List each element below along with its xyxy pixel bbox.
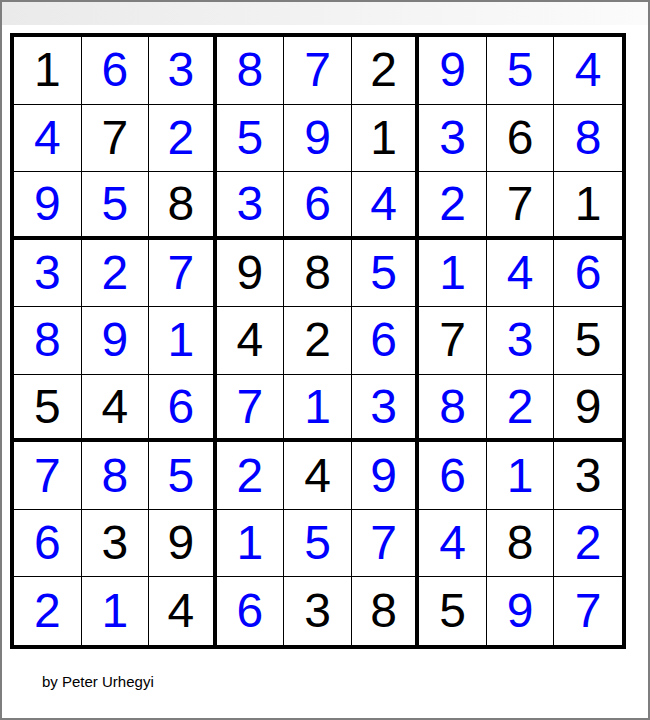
cell-r9c2: 1 <box>82 577 150 645</box>
cell-r5c2: 9 <box>82 307 150 375</box>
cell-r4c5: 8 <box>284 240 352 308</box>
cell-r2c3: 2 <box>149 105 217 173</box>
cell-r9c4: 6 <box>217 577 285 645</box>
cell-r8c6: 7 <box>352 510 420 578</box>
cell-r1c3: 3 <box>149 37 217 105</box>
cell-r7c6: 9 <box>352 442 420 510</box>
cell-r7c2: 8 <box>82 442 150 510</box>
cell-r4c7: 1 <box>419 240 487 308</box>
cell-r6c3: 6 <box>149 375 217 443</box>
cell-r4c6: 5 <box>352 240 420 308</box>
cell-r1c5: 7 <box>284 37 352 105</box>
cell-r6c1: 5 <box>14 375 82 443</box>
cell-r5c1: 8 <box>14 307 82 375</box>
cell-r2c6: 1 <box>352 105 420 173</box>
cell-r3c9: 1 <box>554 172 622 240</box>
byline: by Peter Urhegyi <box>42 673 154 690</box>
cell-r4c4: 9 <box>217 240 285 308</box>
cell-r1c6: 2 <box>352 37 420 105</box>
cell-r6c4: 7 <box>217 375 285 443</box>
cell-r1c9: 4 <box>554 37 622 105</box>
cell-r2c4: 5 <box>217 105 285 173</box>
cell-r7c9: 3 <box>554 442 622 510</box>
cell-r6c2: 4 <box>82 375 150 443</box>
cell-r6c9: 9 <box>554 375 622 443</box>
cell-r3c4: 3 <box>217 172 285 240</box>
cell-r1c4: 8 <box>217 37 285 105</box>
cell-r4c3: 7 <box>149 240 217 308</box>
cell-r3c8: 7 <box>487 172 555 240</box>
cell-r6c8: 2 <box>487 375 555 443</box>
cell-r8c9: 2 <box>554 510 622 578</box>
cell-r2c9: 8 <box>554 105 622 173</box>
cell-r5c9: 5 <box>554 307 622 375</box>
cell-r5c5: 2 <box>284 307 352 375</box>
cell-r7c5: 4 <box>284 442 352 510</box>
cell-r1c1: 1 <box>14 37 82 105</box>
cell-r4c2: 2 <box>82 240 150 308</box>
cell-r8c4: 1 <box>217 510 285 578</box>
cell-r6c6: 3 <box>352 375 420 443</box>
cell-r3c7: 2 <box>419 172 487 240</box>
cell-r1c8: 5 <box>487 37 555 105</box>
cell-r2c7: 3 <box>419 105 487 173</box>
cell-r5c7: 7 <box>419 307 487 375</box>
cell-r5c6: 6 <box>352 307 420 375</box>
cell-r8c2: 3 <box>82 510 150 578</box>
cell-r4c8: 4 <box>487 240 555 308</box>
cell-r9c7: 5 <box>419 577 487 645</box>
cell-r7c8: 1 <box>487 442 555 510</box>
cell-r4c1: 3 <box>14 240 82 308</box>
top-strip <box>2 2 648 25</box>
cell-r5c4: 4 <box>217 307 285 375</box>
cell-r8c3: 9 <box>149 510 217 578</box>
cell-r3c1: 9 <box>14 172 82 240</box>
cell-r7c7: 6 <box>419 442 487 510</box>
cell-r8c1: 6 <box>14 510 82 578</box>
cell-r3c3: 8 <box>149 172 217 240</box>
cell-r3c6: 4 <box>352 172 420 240</box>
cell-r7c1: 7 <box>14 442 82 510</box>
cell-r9c6: 8 <box>352 577 420 645</box>
cell-r2c5: 9 <box>284 105 352 173</box>
cell-r2c8: 6 <box>487 105 555 173</box>
cell-r9c8: 9 <box>487 577 555 645</box>
cell-r9c9: 7 <box>554 577 622 645</box>
cell-r9c1: 2 <box>14 577 82 645</box>
cell-r9c5: 3 <box>284 577 352 645</box>
page: 1638729544725913689583642713279851468914… <box>0 0 650 720</box>
cell-r8c5: 5 <box>284 510 352 578</box>
cell-r1c2: 6 <box>82 37 150 105</box>
cell-r7c3: 5 <box>149 442 217 510</box>
cell-r4c9: 6 <box>554 240 622 308</box>
sudoku-grid: 1638729544725913689583642713279851468914… <box>10 33 626 649</box>
cell-r5c8: 3 <box>487 307 555 375</box>
cell-r2c2: 7 <box>82 105 150 173</box>
cell-r1c7: 9 <box>419 37 487 105</box>
cell-r7c4: 2 <box>217 442 285 510</box>
cell-r8c8: 8 <box>487 510 555 578</box>
cell-r6c5: 1 <box>284 375 352 443</box>
cell-r3c2: 5 <box>82 172 150 240</box>
cell-r8c7: 4 <box>419 510 487 578</box>
cell-r6c7: 8 <box>419 375 487 443</box>
cell-r9c3: 4 <box>149 577 217 645</box>
cell-r3c5: 6 <box>284 172 352 240</box>
cell-r2c1: 4 <box>14 105 82 173</box>
cell-r5c3: 1 <box>149 307 217 375</box>
